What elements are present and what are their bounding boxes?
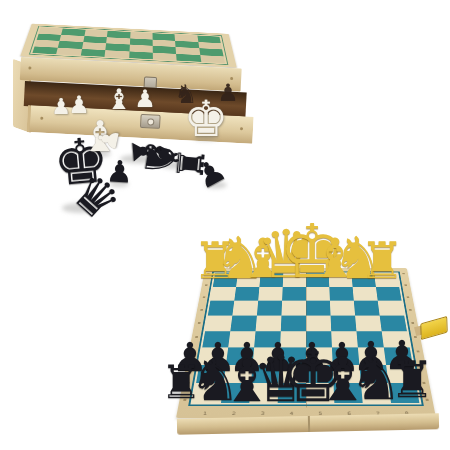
lid-square	[105, 50, 129, 58]
board-square	[257, 301, 282, 316]
board-square	[354, 301, 380, 316]
lid-square	[176, 54, 201, 62]
board-square	[232, 301, 258, 316]
board-square	[208, 301, 234, 316]
piece-black-rook-kside: ♜	[390, 355, 435, 405]
lid-square	[153, 52, 177, 60]
screw-dot	[40, 117, 43, 120]
board-latch	[420, 316, 447, 340]
piece-white-rook-kside: ♜	[360, 236, 405, 286]
piece-white-king-front: ♚	[184, 94, 229, 144]
board-square	[330, 301, 355, 316]
board-square	[355, 315, 382, 331]
piece-fallen-white-pawn: ♟	[93, 125, 123, 153]
board-square	[230, 315, 257, 331]
lid-square	[81, 49, 106, 57]
lid-square	[56, 47, 81, 55]
lid-board-grid	[32, 27, 225, 63]
board-square	[205, 315, 232, 331]
board-square	[281, 315, 306, 331]
screw-dot	[240, 127, 243, 130]
board-square	[306, 301, 331, 316]
lid-square	[129, 51, 153, 59]
screw-dot	[28, 66, 31, 69]
board-square	[306, 315, 331, 331]
board-square	[281, 301, 306, 316]
board-square	[331, 315, 357, 331]
piece-stored-white-bishop: ♝	[106, 86, 131, 114]
product-photo-canvas: 12345678 ♟♟♝♟♞♟♛♚♝♟♝♞♟♜♟♚♜♞♝♛♚♝♞♜♟♟♟♟♟♟♟…	[0, 0, 450, 450]
board-square	[380, 315, 407, 331]
board-square	[378, 301, 404, 316]
board-square	[256, 315, 282, 331]
lid-square	[32, 46, 58, 54]
piece-stored-white-pawn-3: ♟	[134, 87, 156, 111]
lid-square	[200, 55, 225, 63]
piece-standing-black-pawn: ♟	[105, 156, 133, 187]
front-clasp-metal	[140, 114, 161, 129]
